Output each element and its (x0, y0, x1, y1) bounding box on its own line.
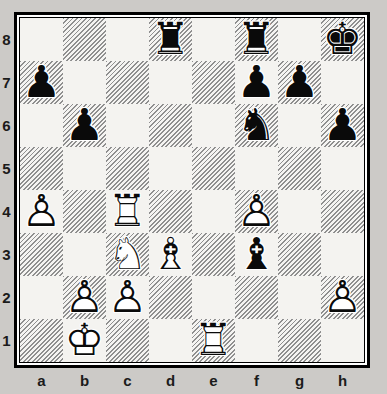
white-pawn-h2[interactable]: ♟♙ (321, 276, 364, 319)
square-e2[interactable] (192, 276, 235, 319)
rank-label-4: 4 (0, 190, 13, 233)
square-d6[interactable] (149, 104, 192, 147)
square-b7[interactable] (63, 61, 106, 104)
square-g5[interactable] (278, 147, 321, 190)
square-f1[interactable] (235, 319, 278, 362)
square-b3[interactable] (63, 233, 106, 276)
white-pawn-f4[interactable]: ♟♙ (235, 190, 278, 233)
rank-label-2: 2 (0, 276, 13, 319)
black-knight-f6[interactable]: ♞ (235, 104, 278, 147)
square-f6[interactable]: ♞ (235, 104, 278, 147)
file-label-e: e (192, 369, 235, 392)
piece-glyph: ♟ (63, 104, 106, 147)
piece-glyph: ♔ (63, 319, 106, 362)
square-b6[interactable]: ♟ (63, 104, 106, 147)
square-e7[interactable] (192, 61, 235, 104)
square-a7[interactable]: ♟ (20, 61, 63, 104)
white-pawn-b2[interactable]: ♟♙ (63, 276, 106, 319)
file-label-d: d (149, 369, 192, 392)
piece-glyph: ♘ (106, 233, 149, 276)
square-d3[interactable]: ♝♗ (149, 233, 192, 276)
piece-glyph: ♙ (106, 276, 149, 319)
square-a3[interactable] (20, 233, 63, 276)
square-a2[interactable] (20, 276, 63, 319)
square-a1[interactable] (20, 319, 63, 362)
square-g1[interactable] (278, 319, 321, 362)
square-a6[interactable] (20, 104, 63, 147)
board-frame: ♜♜♚♟♟♟♟♞♟♟♙♜♖♟♙♞♘♝♗♝♟♙♟♙♟♙♚♔♜♖ (14, 12, 370, 368)
piece-glyph: ♟ (321, 104, 364, 147)
black-rook-f8[interactable]: ♜ (235, 18, 278, 61)
square-b8[interactable] (63, 18, 106, 61)
square-f2[interactable] (235, 276, 278, 319)
white-rook-c4[interactable]: ♜♖ (106, 190, 149, 233)
white-pawn-a4[interactable]: ♟♙ (20, 190, 63, 233)
square-a4[interactable]: ♟♙ (20, 190, 63, 233)
square-h4[interactable] (321, 190, 364, 233)
square-c6[interactable] (106, 104, 149, 147)
black-rook-d8[interactable]: ♜ (149, 18, 192, 61)
square-g7[interactable]: ♟ (278, 61, 321, 104)
file-label-g: g (278, 369, 321, 392)
square-h1[interactable] (321, 319, 364, 362)
piece-glyph: ♟ (20, 61, 63, 104)
square-e3[interactable] (192, 233, 235, 276)
square-c7[interactable] (106, 61, 149, 104)
rank-labels: 87654321 (0, 18, 13, 362)
square-e5[interactable] (192, 147, 235, 190)
rank-label-3: 3 (0, 233, 13, 276)
piece-glyph: ♞ (235, 104, 278, 147)
file-label-h: h (321, 369, 364, 392)
square-g3[interactable] (278, 233, 321, 276)
square-f5[interactable] (235, 147, 278, 190)
square-c1[interactable] (106, 319, 149, 362)
piece-glyph: ♟ (235, 61, 278, 104)
piece-glyph: ♚ (321, 18, 364, 61)
square-h6[interactable]: ♟ (321, 104, 364, 147)
white-pawn-c2[interactable]: ♟♙ (106, 276, 149, 319)
file-labels: abcdefgh (20, 369, 364, 392)
square-c4[interactable]: ♜♖ (106, 190, 149, 233)
black-pawn-a7[interactable]: ♟ (20, 61, 63, 104)
square-f4[interactable]: ♟♙ (235, 190, 278, 233)
white-knight-c3[interactable]: ♞♘ (106, 233, 149, 276)
file-label-b: b (63, 369, 106, 392)
square-d8[interactable]: ♜ (149, 18, 192, 61)
square-e8[interactable] (192, 18, 235, 61)
square-a5[interactable] (20, 147, 63, 190)
square-f3[interactable]: ♝ (235, 233, 278, 276)
piece-glyph: ♟ (278, 61, 321, 104)
square-f8[interactable]: ♜ (235, 18, 278, 61)
square-e1[interactable]: ♜♖ (192, 319, 235, 362)
chess-diagram: 87654321 ♜♜♚♟♟♟♟♞♟♟♙♜♖♟♙♞♘♝♗♝♟♙♟♙♟♙♚♔♜♖ … (0, 0, 387, 394)
square-b1[interactable]: ♚♔ (63, 319, 106, 362)
square-c3[interactable]: ♞♘ (106, 233, 149, 276)
file-label-f: f (235, 369, 278, 392)
square-f7[interactable]: ♟ (235, 61, 278, 104)
square-c8[interactable] (106, 18, 149, 61)
black-bishop-f3[interactable]: ♝ (235, 233, 278, 276)
white-king-b1[interactable]: ♚♔ (63, 319, 106, 362)
white-bishop-d3[interactable]: ♝♗ (149, 233, 192, 276)
square-d7[interactable] (149, 61, 192, 104)
white-rook-e1[interactable]: ♜♖ (192, 319, 235, 362)
file-label-a: a (20, 369, 63, 392)
piece-glyph: ♝ (235, 233, 278, 276)
square-d2[interactable] (149, 276, 192, 319)
black-pawn-h6[interactable]: ♟ (321, 104, 364, 147)
square-b5[interactable] (63, 147, 106, 190)
square-d5[interactable] (149, 147, 192, 190)
square-h5[interactable] (321, 147, 364, 190)
square-g4[interactable] (278, 190, 321, 233)
rank-label-6: 6 (0, 104, 13, 147)
black-king-h8[interactable]: ♚ (321, 18, 364, 61)
square-g2[interactable] (278, 276, 321, 319)
square-a8[interactable] (20, 18, 63, 61)
rank-label-1: 1 (0, 319, 13, 362)
black-pawn-f7[interactable]: ♟ (235, 61, 278, 104)
piece-glyph: ♖ (106, 190, 149, 233)
black-pawn-b6[interactable]: ♟ (63, 104, 106, 147)
rank-label-8: 8 (0, 18, 13, 61)
piece-glyph: ♜ (149, 18, 192, 61)
square-e6[interactable] (192, 104, 235, 147)
square-h7[interactable] (321, 61, 364, 104)
square-h3[interactable] (321, 233, 364, 276)
square-b4[interactable] (63, 190, 106, 233)
black-pawn-g7[interactable]: ♟ (278, 61, 321, 104)
piece-glyph: ♙ (20, 190, 63, 233)
piece-glyph: ♙ (235, 190, 278, 233)
square-h2[interactable]: ♟♙ (321, 276, 364, 319)
square-d4[interactable] (149, 190, 192, 233)
square-e4[interactable] (192, 190, 235, 233)
piece-glyph: ♗ (149, 233, 192, 276)
square-c5[interactable] (106, 147, 149, 190)
square-c2[interactable]: ♟♙ (106, 276, 149, 319)
square-d1[interactable] (149, 319, 192, 362)
piece-glyph: ♙ (63, 276, 106, 319)
rank-label-7: 7 (0, 61, 13, 104)
board-inner-frame: ♜♜♚♟♟♟♟♞♟♟♙♜♖♟♙♞♘♝♗♝♟♙♟♙♟♙♚♔♜♖ (19, 17, 365, 363)
rank-label-5: 5 (0, 147, 13, 190)
file-label-c: c (106, 369, 149, 392)
square-b2[interactable]: ♟♙ (63, 276, 106, 319)
square-h8[interactable]: ♚ (321, 18, 364, 61)
square-g8[interactable] (278, 18, 321, 61)
piece-glyph: ♙ (321, 276, 364, 319)
board-grid: ♜♜♚♟♟♟♟♞♟♟♙♜♖♟♙♞♘♝♗♝♟♙♟♙♟♙♚♔♜♖ (20, 18, 364, 362)
piece-glyph: ♜ (235, 18, 278, 61)
square-g6[interactable] (278, 104, 321, 147)
piece-glyph: ♖ (192, 319, 235, 362)
